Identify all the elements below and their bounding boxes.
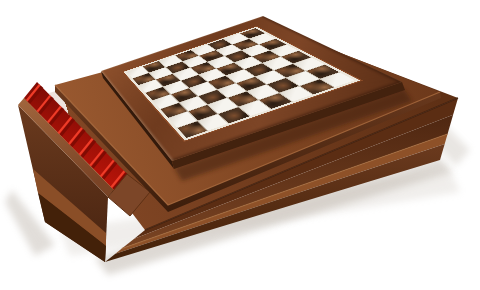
chess-case-photo: Product photo of a wooden chess case: ma…	[0, 0, 480, 290]
